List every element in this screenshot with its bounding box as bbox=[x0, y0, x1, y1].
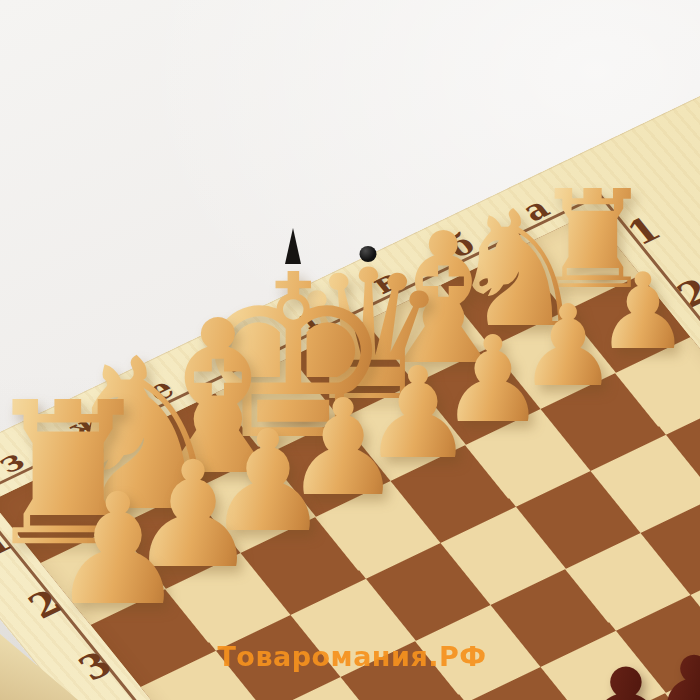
chess-board: зжедгвба 123 123 bbox=[0, 0, 700, 700]
product-photo-scene: зжедгвба 123 123 ♜♞♝♚♛♝♞♜♟♟♟♟♟♟♟♟♟♟ Това… bbox=[0, 0, 700, 700]
king-black-spike-finial bbox=[285, 228, 301, 264]
watermark-text: Товаромания.РФ bbox=[217, 641, 486, 672]
